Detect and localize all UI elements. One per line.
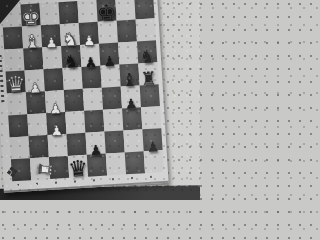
- white-pawn: ♟: [49, 101, 62, 116]
- white-pawn: ♟: [45, 35, 58, 50]
- square-f6[interactable]: ♟: [99, 43, 119, 66]
- square-d7[interactable]: ♞: [60, 23, 80, 46]
- square-b2[interactable]: [29, 135, 49, 158]
- black-pawn: ♟: [125, 97, 138, 112]
- square-d2[interactable]: [66, 133, 86, 156]
- square-f1[interactable]: [106, 152, 126, 175]
- white-queen: ♛: [5, 73, 26, 96]
- black-rook: ♜: [140, 69, 157, 88]
- black-knight: ♞: [139, 47, 156, 66]
- square-g8[interactable]: [115, 0, 135, 21]
- square-f2[interactable]: [104, 130, 124, 153]
- square-h2[interactable]: ♟: [142, 128, 162, 151]
- square-g2[interactable]: [123, 129, 143, 152]
- square-f8[interactable]: ♚: [96, 0, 116, 22]
- square-e2[interactable]: ♟: [85, 132, 105, 155]
- square-c7[interactable]: ♟: [41, 24, 61, 47]
- square-e3[interactable]: [84, 110, 104, 133]
- white-pawn: ♟: [28, 80, 41, 95]
- black-knight: ♞: [63, 52, 80, 71]
- black-king: ♚: [96, 2, 117, 25]
- black-pawn: ♟: [103, 54, 116, 69]
- square-c5[interactable]: [43, 68, 63, 91]
- square-c8[interactable]: [39, 2, 59, 25]
- square-a5[interactable]: ♛: [6, 70, 26, 93]
- square-d1[interactable]: ♛: [68, 155, 88, 178]
- white-rook-fallen: ♜: [35, 161, 54, 178]
- white-pawn: ♟: [50, 123, 63, 138]
- square-b1[interactable]: ♜: [30, 157, 50, 180]
- white-king: ♚: [20, 6, 41, 29]
- square-h3[interactable]: [141, 106, 161, 129]
- square-d3[interactable]: [65, 111, 85, 134]
- square-g5[interactable]: ♝: [119, 63, 139, 86]
- board-grid: ♚♚♝♟♞♟♞♟♟♞♛♟♝♜♟♟♟♟♟♜♛: [2, 0, 164, 181]
- black-pawn: ♟: [89, 143, 102, 158]
- square-h8[interactable]: [134, 0, 154, 19]
- square-a7[interactable]: [3, 26, 23, 49]
- black-pawn: ♟: [84, 55, 97, 70]
- square-a6[interactable]: [4, 48, 24, 71]
- square-a2[interactable]: [10, 136, 30, 159]
- square-f4[interactable]: [102, 87, 122, 110]
- square-b3[interactable]: [27, 113, 47, 136]
- square-h7[interactable]: [136, 18, 156, 41]
- black-queen: ♛: [68, 158, 89, 181]
- square-g1[interactable]: [125, 151, 145, 174]
- square-b5[interactable]: ♟: [25, 69, 45, 92]
- black-bishop: ♝: [121, 70, 138, 89]
- square-d4[interactable]: [64, 89, 84, 112]
- chess-board: ♚♚♝♟♞♟♞♟♟♞♛♟♝♜♟♟♟♟♟♜♛ ❖: [0, 0, 169, 193]
- square-c4[interactable]: ♟: [45, 90, 65, 113]
- white-bishop: ♝: [24, 32, 41, 51]
- maker-text-left-border: [0, 55, 4, 103]
- square-g6[interactable]: [118, 41, 138, 64]
- square-d8[interactable]: [58, 1, 78, 24]
- white-pawn: ♟: [83, 33, 96, 48]
- square-b8[interactable]: ♚: [20, 3, 40, 26]
- square-e7[interactable]: ♟: [79, 22, 99, 45]
- white-knight: ♞: [62, 30, 79, 49]
- black-pawn: ♟: [146, 139, 159, 154]
- square-e4[interactable]: [83, 88, 103, 111]
- square-e8[interactable]: [77, 0, 97, 23]
- square-h6[interactable]: ♞: [137, 40, 157, 63]
- board-logo: ❖: [3, 164, 22, 181]
- square-g7[interactable]: [117, 19, 137, 42]
- square-f3[interactable]: [103, 108, 123, 131]
- photo-background: ♚♚♝♟♞♟♞♟♟♞♛♟♝♜♟♟♟♟♟♜♛ ❖: [0, 0, 200, 200]
- square-a3[interactable]: [8, 114, 28, 137]
